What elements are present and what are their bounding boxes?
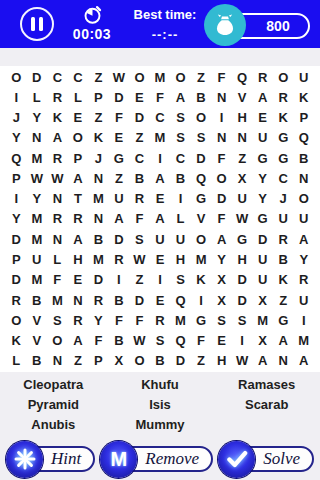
grid-cell-r4c2[interactable]: N bbox=[27, 128, 48, 148]
grid-cell-r11c8[interactable]: I bbox=[150, 270, 171, 290]
word-isis: Isis bbox=[149, 397, 171, 412]
timer-value: 00:03 bbox=[68, 26, 116, 42]
grid-cell-r6c2[interactable]: W bbox=[27, 168, 48, 188]
grid-panel: ODCCZWOMOZFQROUILRLPDEFABNVARKJYKEZFDCSO… bbox=[0, 66, 320, 372]
pause-button[interactable] bbox=[20, 7, 54, 41]
grid-cell-r12c2[interactable]: B bbox=[27, 290, 48, 310]
grid-cell-r15c14[interactable]: N bbox=[273, 351, 294, 371]
grid-cell-r13c7[interactable]: F bbox=[129, 310, 150, 330]
grid-cell-r4c1[interactable]: Y bbox=[6, 128, 27, 148]
grid-cell-r3c3[interactable]: K bbox=[47, 108, 68, 128]
grid-cell-r1c2[interactable]: D bbox=[27, 67, 48, 87]
coins-button[interactable]: 800 bbox=[200, 0, 312, 48]
grid-cell-r5c12[interactable]: Z bbox=[232, 148, 253, 168]
grid-cell-r4c7[interactable]: Z bbox=[129, 128, 150, 148]
grid-cell-r14c8[interactable]: S bbox=[150, 330, 171, 350]
grid-cell-r13c4[interactable]: R bbox=[68, 310, 89, 330]
grid-cell-r14c14[interactable]: A bbox=[273, 330, 294, 350]
grid-cell-r2c15[interactable]: K bbox=[293, 87, 314, 107]
grid-cell-r9c5[interactable]: B bbox=[88, 229, 109, 249]
grid-cell-r10c2[interactable]: U bbox=[27, 249, 48, 269]
grid-cell-r10c13[interactable]: U bbox=[252, 249, 273, 269]
grid-cell-r6c15[interactable]: N bbox=[293, 168, 314, 188]
grid-cell-r10c1[interactable]: P bbox=[6, 249, 27, 269]
grid-cell-r14c13[interactable]: X bbox=[252, 330, 273, 350]
grid-cell-r1c14[interactable]: O bbox=[273, 67, 294, 87]
grid-cell-r15c10[interactable]: Z bbox=[191, 351, 212, 371]
grid-cell-r14c7[interactable]: W bbox=[129, 330, 150, 350]
grid-cell-r12c5[interactable]: R bbox=[88, 290, 109, 310]
grid-cell-r11c14[interactable]: K bbox=[273, 270, 294, 290]
grid-cell-r3c1[interactable]: J bbox=[6, 108, 27, 128]
grid-cell-r9c12[interactable]: G bbox=[232, 229, 253, 249]
grid-cell-r11c4[interactable]: E bbox=[68, 270, 89, 290]
grid-cell-r5c10[interactable]: D bbox=[191, 148, 212, 168]
grid-cell-r1c9[interactable]: O bbox=[170, 67, 191, 87]
word-cleopatra: Cleopatra bbox=[23, 377, 83, 392]
grid-cell-r12c6[interactable]: B bbox=[109, 290, 130, 310]
grid-cell-r7c2[interactable]: Y bbox=[27, 189, 48, 209]
grid-cell-r14c11[interactable]: E bbox=[211, 330, 232, 350]
grid-cell-r7c13[interactable]: Y bbox=[252, 189, 273, 209]
word-pyramid: Pyramid bbox=[28, 397, 79, 412]
best-time-value: --:-- bbox=[126, 27, 204, 42]
grid-cell-r2c10[interactable]: B bbox=[191, 87, 212, 107]
grid-cell-r13c3[interactable]: S bbox=[47, 310, 68, 330]
best-time-block: Best time: --:-- bbox=[126, 7, 204, 42]
solve-button[interactable]: Solve bbox=[218, 441, 314, 478]
grid-cell-r11c9[interactable]: S bbox=[170, 270, 191, 290]
grid-cell-r2c2[interactable]: L bbox=[27, 87, 48, 107]
top-bar: 00:03 Best time: --:-- 800 bbox=[0, 0, 320, 48]
grid-cell-r10c9[interactable]: H bbox=[170, 249, 191, 269]
grid-cell-r4c5[interactable]: K bbox=[88, 128, 109, 148]
grid-cell-r9c3[interactable]: N bbox=[47, 229, 68, 249]
grid-cell-r8c10[interactable]: V bbox=[191, 209, 212, 229]
grid-cell-r9c7[interactable]: S bbox=[129, 229, 150, 249]
grid-cell-r10c14[interactable]: B bbox=[273, 249, 294, 269]
grid-cell-r7c7[interactable]: R bbox=[129, 189, 150, 209]
grid-cell-r15c2[interactable]: B bbox=[27, 351, 48, 371]
grid-cell-r1c10[interactable]: Z bbox=[191, 67, 212, 87]
action-bar: Hint M Remove Solve bbox=[0, 438, 320, 480]
grid-cell-r4c6[interactable]: E bbox=[109, 128, 130, 148]
grid-cell-r4c15[interactable]: Q bbox=[293, 128, 314, 148]
grid-cell-r13c13[interactable]: M bbox=[252, 310, 273, 330]
grid-cell-r4c8[interactable]: M bbox=[150, 128, 171, 148]
grid-cell-r10c4[interactable]: H bbox=[68, 249, 89, 269]
grid-cell-r13c5[interactable]: Y bbox=[88, 310, 109, 330]
grid-cell-r7c6[interactable]: U bbox=[109, 189, 130, 209]
grid-cell-r15c6[interactable]: X bbox=[109, 351, 130, 371]
grid-cell-r13c15[interactable]: I bbox=[293, 310, 314, 330]
grid-cell-r3c13[interactable]: E bbox=[252, 108, 273, 128]
grid-cell-r5c15[interactable]: B bbox=[293, 148, 314, 168]
grid-cell-r1c5[interactable]: Z bbox=[88, 67, 109, 87]
grid-cell-r13c10[interactable]: G bbox=[191, 310, 212, 330]
grid-cell-r12c7[interactable]: D bbox=[129, 290, 150, 310]
grid-cell-r2c12[interactable]: V bbox=[232, 87, 253, 107]
grid-cell-r9c15[interactable]: A bbox=[293, 229, 314, 249]
grid-cell-r6c6[interactable]: Z bbox=[109, 168, 130, 188]
grid-cell-r6c11[interactable]: O bbox=[211, 168, 232, 188]
grid-cell-r13c12[interactable]: S bbox=[232, 310, 253, 330]
grid-cell-r14c6[interactable]: B bbox=[109, 330, 130, 350]
grid-cell-r13c11[interactable]: S bbox=[211, 310, 232, 330]
grid-cell-r1c8[interactable]: M bbox=[150, 67, 171, 87]
word-scarab: Scarab bbox=[245, 397, 288, 412]
grid-cell-r5c9[interactable]: C bbox=[170, 148, 191, 168]
grid-cell-r7c15[interactable]: O bbox=[293, 189, 314, 209]
grid-cell-r12c3[interactable]: M bbox=[47, 290, 68, 310]
grid-cell-r4c9[interactable]: S bbox=[170, 128, 191, 148]
remove-m-icon: M bbox=[100, 441, 137, 478]
grid-cell-r11c12[interactable]: D bbox=[232, 270, 253, 290]
grid-cell-r11c13[interactable]: U bbox=[252, 270, 273, 290]
word-anubis: Anubis bbox=[31, 417, 75, 432]
grid-cell-r14c1[interactable]: K bbox=[6, 330, 27, 350]
grid-cell-r4c14[interactable]: G bbox=[273, 128, 294, 148]
grid-cell-r12c1[interactable]: R bbox=[6, 290, 27, 310]
grid-cell-r11c10[interactable]: K bbox=[191, 270, 212, 290]
grid-cell-r7c9[interactable]: I bbox=[170, 189, 191, 209]
letter-grid[interactable]: ODCCZWOMOZFQROUILRLPDEFABNVARKJYKEZFDCSO… bbox=[0, 66, 320, 372]
word-mummy: Mummy bbox=[135, 417, 184, 432]
grid-cell-r6c4[interactable]: A bbox=[68, 168, 89, 188]
grid-cell-r13c9[interactable]: M bbox=[170, 310, 191, 330]
grid-cell-r3c12[interactable]: H bbox=[232, 108, 253, 128]
grid-cell-r5c6[interactable]: G bbox=[109, 148, 130, 168]
grid-cell-r8c3[interactable]: R bbox=[47, 209, 68, 229]
grid-cell-r1c12[interactable]: Q bbox=[232, 67, 253, 87]
grid-cell-r13c8[interactable]: R bbox=[150, 310, 171, 330]
grid-cell-r10c7[interactable]: W bbox=[129, 249, 150, 269]
grid-cell-r2c14[interactable]: R bbox=[273, 87, 294, 107]
grid-cell-r3c4[interactable]: E bbox=[68, 108, 89, 128]
grid-cell-r4c4[interactable]: O bbox=[68, 128, 89, 148]
grid-cell-r15c15[interactable]: A bbox=[293, 351, 314, 371]
grid-cell-r8c7[interactable]: F bbox=[129, 209, 150, 229]
grid-cell-r6c3[interactable]: W bbox=[47, 168, 68, 188]
grid-cell-r3c5[interactable]: Z bbox=[88, 108, 109, 128]
word-ramases: Ramases bbox=[238, 377, 295, 392]
grid-cell-r5c2[interactable]: M bbox=[27, 148, 48, 168]
grid-cell-r9c2[interactable]: M bbox=[27, 229, 48, 249]
grid-cell-r3c9[interactable]: S bbox=[170, 108, 191, 128]
grid-cell-r5c14[interactable]: G bbox=[273, 148, 294, 168]
grid-cell-r9c9[interactable]: U bbox=[170, 229, 191, 249]
pause-icon bbox=[39, 17, 43, 31]
grid-cell-r15c3[interactable]: N bbox=[47, 351, 68, 371]
grid-cell-r8c5[interactable]: N bbox=[88, 209, 109, 229]
grid-cell-r3c6[interactable]: F bbox=[109, 108, 130, 128]
grid-cell-r9c13[interactable]: D bbox=[252, 229, 273, 249]
stopwatch-icon bbox=[82, 4, 103, 25]
grid-cell-r1c7[interactable]: O bbox=[129, 67, 150, 87]
grid-cell-r3c15[interactable]: P bbox=[293, 108, 314, 128]
grid-cell-r5c1[interactable]: Q bbox=[6, 148, 27, 168]
grid-cell-r9c10[interactable]: O bbox=[191, 229, 212, 249]
grid-cell-r5c13[interactable]: G bbox=[252, 148, 273, 168]
grid-cell-r2c1[interactable]: I bbox=[6, 87, 27, 107]
grid-cell-r11c5[interactable]: D bbox=[88, 270, 109, 290]
grid-cell-r6c7[interactable]: B bbox=[129, 168, 150, 188]
grid-cell-r10c5[interactable]: M bbox=[88, 249, 109, 269]
grid-cell-r14c2[interactable]: V bbox=[27, 330, 48, 350]
grid-cell-r7c1[interactable]: I bbox=[6, 189, 27, 209]
grid-cell-r6c5[interactable]: N bbox=[88, 168, 109, 188]
grid-cell-r1c4[interactable]: C bbox=[68, 67, 89, 87]
grid-cell-r2c7[interactable]: E bbox=[129, 87, 150, 107]
grid-cell-r7c10[interactable]: G bbox=[191, 189, 212, 209]
grid-cell-r2c11[interactable]: N bbox=[211, 87, 232, 107]
best-time-label: Best time: bbox=[126, 7, 204, 22]
grid-cell-r6c8[interactable]: A bbox=[150, 168, 171, 188]
grid-cell-r8c4[interactable]: R bbox=[68, 209, 89, 229]
grid-cell-r15c9[interactable]: D bbox=[170, 351, 191, 371]
grid-cell-r5c4[interactable]: P bbox=[68, 148, 89, 168]
grid-cell-r12c4[interactable]: N bbox=[68, 290, 89, 310]
grid-cell-r3c11[interactable]: I bbox=[211, 108, 232, 128]
grid-cell-r7c4[interactable]: T bbox=[68, 189, 89, 209]
grid-cell-r13c6[interactable]: F bbox=[109, 310, 130, 330]
grid-cell-r4c11[interactable]: N bbox=[211, 128, 232, 148]
grid-cell-r2c5[interactable]: P bbox=[88, 87, 109, 107]
grid-cell-r3c7[interactable]: D bbox=[129, 108, 150, 128]
grid-cell-r12c12[interactable]: D bbox=[232, 290, 253, 310]
grid-cell-r14c4[interactable]: A bbox=[68, 330, 89, 350]
grid-cell-r6c9[interactable]: B bbox=[170, 168, 191, 188]
grid-cell-r1c6[interactable]: W bbox=[109, 67, 130, 87]
grid-cell-r14c9[interactable]: Q bbox=[170, 330, 191, 350]
grid-cell-r7c11[interactable]: D bbox=[211, 189, 232, 209]
grid-cell-r7c12[interactable]: U bbox=[232, 189, 253, 209]
grid-cell-r7c14[interactable]: J bbox=[273, 189, 294, 209]
grid-cell-r5c7[interactable]: C bbox=[129, 148, 150, 168]
remove-button[interactable]: M Remove bbox=[100, 441, 213, 478]
timer-block: 00:03 bbox=[68, 2, 116, 42]
grid-cell-r1c15[interactable]: U bbox=[293, 67, 314, 87]
grid-cell-r10c6[interactable]: R bbox=[109, 249, 130, 269]
hint-button[interactable]: Hint bbox=[6, 441, 95, 478]
grid-cell-r14c5[interactable]: F bbox=[88, 330, 109, 350]
grid-cell-r15c11[interactable]: H bbox=[211, 351, 232, 371]
grid-cell-r3c10[interactable]: O bbox=[191, 108, 212, 128]
grid-cell-r12c10[interactable]: I bbox=[191, 290, 212, 310]
grid-cell-r8c9[interactable]: L bbox=[170, 209, 191, 229]
grid-cell-r9c4[interactable]: A bbox=[68, 229, 89, 249]
grid-cell-r12c15[interactable]: U bbox=[293, 290, 314, 310]
grid-cell-r15c7[interactable]: O bbox=[129, 351, 150, 371]
grid-cell-r10c8[interactable]: E bbox=[150, 249, 171, 269]
grid-cell-r1c13[interactable]: R bbox=[252, 67, 273, 87]
grid-cell-r11c1[interactable]: D bbox=[6, 270, 27, 290]
grid-cell-r13c2[interactable]: V bbox=[27, 310, 48, 330]
grid-cell-r12c14[interactable]: Z bbox=[273, 290, 294, 310]
grid-cell-r7c8[interactable]: E bbox=[150, 189, 171, 209]
grid-cell-r5c11[interactable]: F bbox=[211, 148, 232, 168]
grid-cell-r12c9[interactable]: Q bbox=[170, 290, 191, 310]
grid-cell-r2c9[interactable]: A bbox=[170, 87, 191, 107]
grid-cell-r4c3[interactable]: A bbox=[47, 128, 68, 148]
grid-cell-r15c8[interactable]: B bbox=[150, 351, 171, 371]
grid-cell-r7c3[interactable]: N bbox=[47, 189, 68, 209]
grid-cell-r15c1[interactable]: L bbox=[6, 351, 27, 371]
grid-cell-r10c10[interactable]: M bbox=[191, 249, 212, 269]
word-khufu: Khufu bbox=[141, 377, 179, 392]
grid-cell-r5c8[interactable]: I bbox=[150, 148, 171, 168]
grid-cell-r2c13[interactable]: A bbox=[252, 87, 273, 107]
grid-cell-r15c12[interactable]: W bbox=[232, 351, 253, 371]
grid-cell-r9c14[interactable]: R bbox=[273, 229, 294, 249]
grid-cell-r4c10[interactable]: S bbox=[191, 128, 212, 148]
grid-cell-r1c11[interactable]: F bbox=[211, 67, 232, 87]
grid-cell-r5c5[interactable]: J bbox=[88, 148, 109, 168]
grid-cell-r11c2[interactable]: M bbox=[27, 270, 48, 290]
grid-cell-r8c1[interactable]: Y bbox=[6, 209, 27, 229]
grid-cell-r9c1[interactable]: D bbox=[6, 229, 27, 249]
grid-cell-r6c10[interactable]: Q bbox=[191, 168, 212, 188]
grid-cell-r3c2[interactable]: Y bbox=[27, 108, 48, 128]
grid-cell-r9c8[interactable]: U bbox=[150, 229, 171, 249]
grid-cell-r8c2[interactable]: M bbox=[27, 209, 48, 229]
grid-cell-r10c3[interactable]: L bbox=[47, 249, 68, 269]
grid-cell-r12c11[interactable]: X bbox=[211, 290, 232, 310]
word-list: CleopatraKhufuRamasesPyramidIsisScarabAn… bbox=[0, 372, 320, 434]
grid-cell-r5c3[interactable]: R bbox=[47, 148, 68, 168]
grid-cell-r15c5[interactable]: P bbox=[88, 351, 109, 371]
grid-cell-r14c10[interactable]: F bbox=[191, 330, 212, 350]
money-bag-icon bbox=[204, 4, 246, 46]
grid-cell-r1c1[interactable]: O bbox=[6, 67, 27, 87]
hint-burst-icon bbox=[6, 441, 43, 478]
grid-cell-r7c5[interactable]: M bbox=[88, 189, 109, 209]
grid-cell-r4c12[interactable]: N bbox=[232, 128, 253, 148]
grid-cell-r8c13[interactable]: G bbox=[252, 209, 273, 229]
grid-cell-r12c13[interactable]: X bbox=[252, 290, 273, 310]
grid-cell-r15c13[interactable]: A bbox=[252, 351, 273, 371]
grid-cell-r8c11[interactable]: F bbox=[211, 209, 232, 229]
grid-cell-r10c15[interactable]: Y bbox=[293, 249, 314, 269]
grid-cell-r6c1[interactable]: P bbox=[6, 168, 27, 188]
grid-cell-r6c13[interactable]: Y bbox=[252, 168, 273, 188]
grid-cell-r2c8[interactable]: F bbox=[150, 87, 171, 107]
grid-cell-r15c4[interactable]: Z bbox=[68, 351, 89, 371]
grid-cell-r14c12[interactable]: I bbox=[232, 330, 253, 350]
grid-cell-r3c8[interactable]: C bbox=[150, 108, 171, 128]
grid-cell-r11c7[interactable]: Z bbox=[129, 270, 150, 290]
grid-cell-r14c3[interactable]: O bbox=[47, 330, 68, 350]
grid-cell-r11c3[interactable]: F bbox=[47, 270, 68, 290]
grid-cell-r8c14[interactable]: U bbox=[273, 209, 294, 229]
grid-cell-r4c13[interactable]: U bbox=[252, 128, 273, 148]
grid-cell-r3c14[interactable]: K bbox=[273, 108, 294, 128]
grid-cell-r8c12[interactable]: W bbox=[232, 209, 253, 229]
grid-cell-r11c11[interactable]: X bbox=[211, 270, 232, 290]
grid-cell-r13c1[interactable]: O bbox=[6, 310, 27, 330]
grid-cell-r2c3[interactable]: R bbox=[47, 87, 68, 107]
pause-icon bbox=[31, 17, 35, 31]
grid-cell-r10c11[interactable]: Y bbox=[211, 249, 232, 269]
grid-cell-r11c6[interactable]: I bbox=[109, 270, 130, 290]
grid-cell-r14c15[interactable]: M bbox=[293, 330, 314, 350]
grid-cell-r12c8[interactable]: E bbox=[150, 290, 171, 310]
grid-cell-r13c14[interactable]: G bbox=[273, 310, 294, 330]
grid-cell-r1c3[interactable]: C bbox=[47, 67, 68, 87]
grid-cell-r10c12[interactable]: H bbox=[232, 249, 253, 269]
grid-cell-r8c8[interactable]: A bbox=[150, 209, 171, 229]
grid-cell-r2c4[interactable]: L bbox=[68, 87, 89, 107]
grid-cell-r11c15[interactable]: R bbox=[293, 270, 314, 290]
grid-cell-r6c12[interactable]: X bbox=[232, 168, 253, 188]
grid-cell-r9c6[interactable]: D bbox=[109, 229, 130, 249]
grid-cell-r9c11[interactable]: A bbox=[211, 229, 232, 249]
word-search-screen: 00:03 Best time: --:-- 800 ODCCZWOMOZFQR… bbox=[0, 0, 320, 480]
grid-cell-r8c15[interactable]: U bbox=[293, 209, 314, 229]
grid-cell-r2c6[interactable]: D bbox=[109, 87, 130, 107]
grid-cell-r6c14[interactable]: C bbox=[273, 168, 294, 188]
checkmark-icon bbox=[218, 441, 255, 478]
grid-cell-r8c6[interactable]: A bbox=[109, 209, 130, 229]
